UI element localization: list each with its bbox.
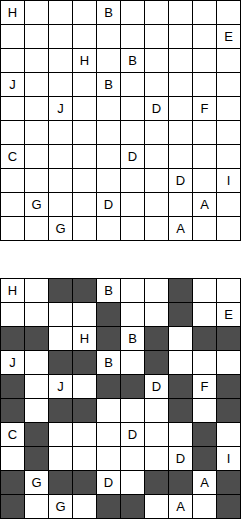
problem-cell-r1c5[interactable]: B	[97, 1, 120, 24]
solution-cell-r1c8[interactable]	[169, 279, 192, 302]
problem-cell-r2c5[interactable]	[97, 25, 120, 48]
problem-cell-r9c6[interactable]	[121, 193, 144, 216]
solution-cell-r6c8[interactable]	[169, 399, 192, 422]
problem-cell-r6c10[interactable]	[217, 121, 240, 144]
solution-cell-r5c4[interactable]	[73, 375, 96, 398]
problem-cell-r10c5[interactable]	[97, 217, 120, 240]
solution-cell-r7c3[interactable]	[49, 423, 72, 446]
problem-cell-r6c1[interactable]	[1, 121, 24, 144]
solution-cell-r4c2[interactable]	[25, 351, 48, 374]
problem-cell-r5c4[interactable]	[73, 97, 96, 120]
solution-cell-r9c9[interactable]: A	[193, 471, 216, 494]
solution-cell-r8c1[interactable]	[1, 447, 24, 470]
solution-cell-r3c2[interactable]	[25, 327, 48, 350]
solution-cell-r9c10[interactable]	[217, 471, 240, 494]
problem-cell-r3c3[interactable]	[49, 49, 72, 72]
solution-cell-r8c10[interactable]: I	[217, 447, 240, 470]
solution-cell-r2c5[interactable]	[97, 303, 120, 326]
solution-cell-r4c8[interactable]	[169, 351, 192, 374]
solution-cell-r6c6[interactable]	[121, 399, 144, 422]
solution-cell-r7c10[interactable]	[217, 423, 240, 446]
solution-cell-r9c3[interactable]	[49, 471, 72, 494]
solution-cell-r9c5[interactable]: D	[97, 471, 120, 494]
problem-cell-r8c6[interactable]	[121, 169, 144, 192]
solution-cell-r9c8[interactable]	[169, 471, 192, 494]
solution-cell-r6c3[interactable]	[49, 399, 72, 422]
problem-cell-r10c10[interactable]	[217, 217, 240, 240]
problem-cell-r4c3[interactable]	[49, 73, 72, 96]
solution-cell-r7c1[interactable]: C	[1, 423, 24, 446]
solution-cell-r3c3[interactable]	[49, 327, 72, 350]
problem-cell-r2c3[interactable]	[49, 25, 72, 48]
solution-cell-r4c5[interactable]: B	[97, 351, 120, 374]
problem-cell-r5c5[interactable]	[97, 97, 120, 120]
problem-cell-r6c3[interactable]	[49, 121, 72, 144]
problem-cell-r7c1[interactable]: C	[1, 145, 24, 168]
problem-cell-r7c8[interactable]	[169, 145, 192, 168]
problem-cell-r6c2[interactable]	[25, 121, 48, 144]
problem-cell-r6c4[interactable]	[73, 121, 96, 144]
solution-cell-r4c7[interactable]	[145, 351, 168, 374]
solution-cell-r5c1[interactable]	[1, 375, 24, 398]
solution-cell-r2c1[interactable]	[1, 303, 24, 326]
solution-cell-r2c3[interactable]	[49, 303, 72, 326]
problem-cell-r6c9[interactable]	[193, 121, 216, 144]
problem-cell-r7c2[interactable]	[25, 145, 48, 168]
problem-cell-r3c10[interactable]	[217, 49, 240, 72]
solution-cell-r4c4[interactable]	[73, 351, 96, 374]
problem-cell-r1c10[interactable]	[217, 1, 240, 24]
solution-cell-r7c9[interactable]	[193, 423, 216, 446]
solution-cell-r1c1[interactable]: H	[1, 279, 24, 302]
solution-cell-r3c10[interactable]	[217, 327, 240, 350]
problem-cell-r8c2[interactable]	[25, 169, 48, 192]
solution-cell-r7c7[interactable]	[145, 423, 168, 446]
problem-cell-r2c4[interactable]	[73, 25, 96, 48]
problem-cell-r6c8[interactable]	[169, 121, 192, 144]
problem-cell-r1c6[interactable]	[121, 1, 144, 24]
solution-cell-r10c2[interactable]	[25, 495, 48, 518]
solution-cell-r4c6[interactable]	[121, 351, 144, 374]
solution-cell-r2c9[interactable]	[193, 303, 216, 326]
solution-cell-r6c2[interactable]	[25, 399, 48, 422]
problem-cell-r10c4[interactable]	[73, 217, 96, 240]
problem-cell-r9c9[interactable]: A	[193, 193, 216, 216]
solution-cell-r6c1[interactable]	[1, 399, 24, 422]
solution-cell-r7c5[interactable]	[97, 423, 120, 446]
problem-cell-r5c9[interactable]: F	[193, 97, 216, 120]
solution-cell-r10c6[interactable]	[121, 495, 144, 518]
problem-cell-r1c4[interactable]	[73, 1, 96, 24]
problem-cell-r3c8[interactable]	[169, 49, 192, 72]
problem-cell-r6c6[interactable]	[121, 121, 144, 144]
solution-cell-r10c7[interactable]	[145, 495, 168, 518]
problem-cell-r3c2[interactable]	[25, 49, 48, 72]
problem-cell-r2c2[interactable]	[25, 25, 48, 48]
problem-cell-r7c4[interactable]	[73, 145, 96, 168]
solution-cell-r10c3[interactable]: G	[49, 495, 72, 518]
solution-cell-r7c4[interactable]	[73, 423, 96, 446]
solution-cell-r3c6[interactable]: B	[121, 327, 144, 350]
solution-cell-r4c1[interactable]: J	[1, 351, 24, 374]
solution-cell-r9c2[interactable]: G	[25, 471, 48, 494]
problem-cell-r1c2[interactable]	[25, 1, 48, 24]
problem-cell-r5c2[interactable]	[25, 97, 48, 120]
solution-cell-r10c10[interactable]	[217, 495, 240, 518]
solution-cell-r8c9[interactable]	[193, 447, 216, 470]
problem-cell-r10c2[interactable]	[25, 217, 48, 240]
problem-cell-r10c7[interactable]	[145, 217, 168, 240]
solution-cell-r8c2[interactable]	[25, 447, 48, 470]
problem-cell-r4c6[interactable]	[121, 73, 144, 96]
problem-cell-r6c5[interactable]	[97, 121, 120, 144]
solution-cell-r2c7[interactable]	[145, 303, 168, 326]
solution-cell-r8c4[interactable]	[73, 447, 96, 470]
problem-cell-r9c8[interactable]	[169, 193, 192, 216]
problem-cell-r7c5[interactable]	[97, 145, 120, 168]
problem-cell-r4c10[interactable]	[217, 73, 240, 96]
solution-cell-r6c10[interactable]	[217, 399, 240, 422]
problem-cell-r7c10[interactable]	[217, 145, 240, 168]
solution-cell-r3c4[interactable]: H	[73, 327, 96, 350]
problem-cell-r9c2[interactable]: G	[25, 193, 48, 216]
problem-cell-r7c6[interactable]: D	[121, 145, 144, 168]
solution-cell-r2c10[interactable]: E	[217, 303, 240, 326]
solution-cell-r3c5[interactable]	[97, 327, 120, 350]
problem-cell-r5c1[interactable]	[1, 97, 24, 120]
problem-cell-r8c4[interactable]	[73, 169, 96, 192]
solution-cell-r8c5[interactable]	[97, 447, 120, 470]
solution-cell-r6c7[interactable]	[145, 399, 168, 422]
solution-cell-r9c7[interactable]	[145, 471, 168, 494]
solution-cell-r2c2[interactable]	[25, 303, 48, 326]
problem-cell-r8c10[interactable]: I	[217, 169, 240, 192]
problem-cell-r9c10[interactable]	[217, 193, 240, 216]
problem-cell-r9c7[interactable]	[145, 193, 168, 216]
solution-cell-r9c1[interactable]	[1, 471, 24, 494]
solution-cell-r5c5[interactable]	[97, 375, 120, 398]
solution-cell-r6c5[interactable]	[97, 399, 120, 422]
solution-cell-r8c6[interactable]	[121, 447, 144, 470]
solution-cell-r9c4[interactable]	[73, 471, 96, 494]
solution-cell-r2c4[interactable]	[73, 303, 96, 326]
problem-cell-r2c6[interactable]	[121, 25, 144, 48]
problem-cell-r4c8[interactable]	[169, 73, 192, 96]
solution-cell-r1c6[interactable]	[121, 279, 144, 302]
problem-cell-r9c3[interactable]	[49, 193, 72, 216]
problem-cell-r9c1[interactable]	[1, 193, 24, 216]
problem-cell-r3c6[interactable]: B	[121, 49, 144, 72]
problem-cell-r4c1[interactable]: J	[1, 73, 24, 96]
problem-cell-r8c1[interactable]	[1, 169, 24, 192]
solution-cell-r7c2[interactable]	[25, 423, 48, 446]
solution-cell-r3c1[interactable]	[1, 327, 24, 350]
solution-cell-r2c6[interactable]	[121, 303, 144, 326]
problem-cell-r3c4[interactable]: H	[73, 49, 96, 72]
problem-cell-r1c7[interactable]	[145, 1, 168, 24]
solution-cell-r4c9[interactable]	[193, 351, 216, 374]
problem-cell-r8c7[interactable]	[145, 169, 168, 192]
solution-cell-r1c2[interactable]	[25, 279, 48, 302]
solution-cell-r1c4[interactable]	[73, 279, 96, 302]
problem-cell-r10c3[interactable]: G	[49, 217, 72, 240]
solution-cell-r5c6[interactable]	[121, 375, 144, 398]
problem-cell-r4c2[interactable]	[25, 73, 48, 96]
problem-cell-r1c9[interactable]	[193, 1, 216, 24]
solution-cell-r10c5[interactable]	[97, 495, 120, 518]
solution-cell-r5c2[interactable]	[25, 375, 48, 398]
solution-cell-r1c5[interactable]: B	[97, 279, 120, 302]
problem-cell-r1c3[interactable]	[49, 1, 72, 24]
solution-cell-r7c6[interactable]: D	[121, 423, 144, 446]
problem-cell-r5c6[interactable]	[121, 97, 144, 120]
problem-cell-r10c8[interactable]: A	[169, 217, 192, 240]
problem-cell-r4c7[interactable]	[145, 73, 168, 96]
solution-cell-r10c1[interactable]	[1, 495, 24, 518]
solution-cell-r3c7[interactable]	[145, 327, 168, 350]
problem-cell-r5c7[interactable]: D	[145, 97, 168, 120]
solution-cell-r3c9[interactable]	[193, 327, 216, 350]
solution-cell-r5c10[interactable]	[217, 375, 240, 398]
solution-cell-r10c4[interactable]	[73, 495, 96, 518]
problem-cell-r1c8[interactable]	[169, 1, 192, 24]
problem-cell-r3c5[interactable]	[97, 49, 120, 72]
problem-cell-r10c9[interactable]	[193, 217, 216, 240]
solution-cell-r5c8[interactable]	[169, 375, 192, 398]
solution-cell-r5c7[interactable]: D	[145, 375, 168, 398]
problem-cell-r1c1[interactable]: H	[1, 1, 24, 24]
problem-cell-r2c1[interactable]	[1, 25, 24, 48]
solution-cell-r8c7[interactable]	[145, 447, 168, 470]
problem-board: HBEHBJBJDFCDDIGDAGA	[0, 0, 241, 241]
solution-cell-r1c3[interactable]	[49, 279, 72, 302]
problem-cell-r7c3[interactable]	[49, 145, 72, 168]
solution-cell-r10c9[interactable]	[193, 495, 216, 518]
problem-cell-r2c7[interactable]	[145, 25, 168, 48]
solution-cell-r6c4[interactable]	[73, 399, 96, 422]
problem-cell-r3c7[interactable]	[145, 49, 168, 72]
solution-cell-r4c10[interactable]	[217, 351, 240, 374]
problem-cell-r10c1[interactable]	[1, 217, 24, 240]
solution-cell-r3c8[interactable]	[169, 327, 192, 350]
solution-cell-r5c3[interactable]: J	[49, 375, 72, 398]
problem-cell-r4c9[interactable]	[193, 73, 216, 96]
problem-cell-r6c7[interactable]	[145, 121, 168, 144]
solution-cell-r5c9[interactable]: F	[193, 375, 216, 398]
problem-cell-r9c5[interactable]: D	[97, 193, 120, 216]
solution-board: HBEHBJBJDFCDDIGDAGA	[0, 278, 241, 519]
problem-cell-r4c4[interactable]	[73, 73, 96, 96]
problem-cell-r8c8[interactable]: D	[169, 169, 192, 192]
problem-cell-r2c9[interactable]	[193, 25, 216, 48]
problem-cell-r8c3[interactable]	[49, 169, 72, 192]
solution-cell-r8c8[interactable]: D	[169, 447, 192, 470]
solution-cell-r4c3[interactable]	[49, 351, 72, 374]
solution-cell-r7c8[interactable]	[169, 423, 192, 446]
problem-cell-r4c5[interactable]: B	[97, 73, 120, 96]
problem-cell-r8c5[interactable]	[97, 169, 120, 192]
problem-cell-r2c10[interactable]: E	[217, 25, 240, 48]
problem-cell-r8c9[interactable]	[193, 169, 216, 192]
problem-cell-r7c7[interactable]	[145, 145, 168, 168]
problem-cell-r10c6[interactable]	[121, 217, 144, 240]
solution-cell-r6c9[interactable]	[193, 399, 216, 422]
solution-cell-r2c8[interactable]	[169, 303, 192, 326]
problem-cell-r5c3[interactable]: J	[49, 97, 72, 120]
problem-cell-r3c1[interactable]	[1, 49, 24, 72]
problem-cell-r5c8[interactable]	[169, 97, 192, 120]
solution-cell-r1c10[interactable]	[217, 279, 240, 302]
problem-cell-r5c10[interactable]	[217, 97, 240, 120]
solution-cell-r8c3[interactable]	[49, 447, 72, 470]
problem-cell-r2c8[interactable]	[169, 25, 192, 48]
solution-cell-r10c8[interactable]: A	[169, 495, 192, 518]
problem-cell-r3c9[interactable]	[193, 49, 216, 72]
problem-cell-r9c4[interactable]	[73, 193, 96, 216]
problem-cell-r7c9[interactable]	[193, 145, 216, 168]
solution-cell-r1c9[interactable]	[193, 279, 216, 302]
solution-cell-r1c7[interactable]	[145, 279, 168, 302]
solution-cell-r9c6[interactable]	[121, 471, 144, 494]
